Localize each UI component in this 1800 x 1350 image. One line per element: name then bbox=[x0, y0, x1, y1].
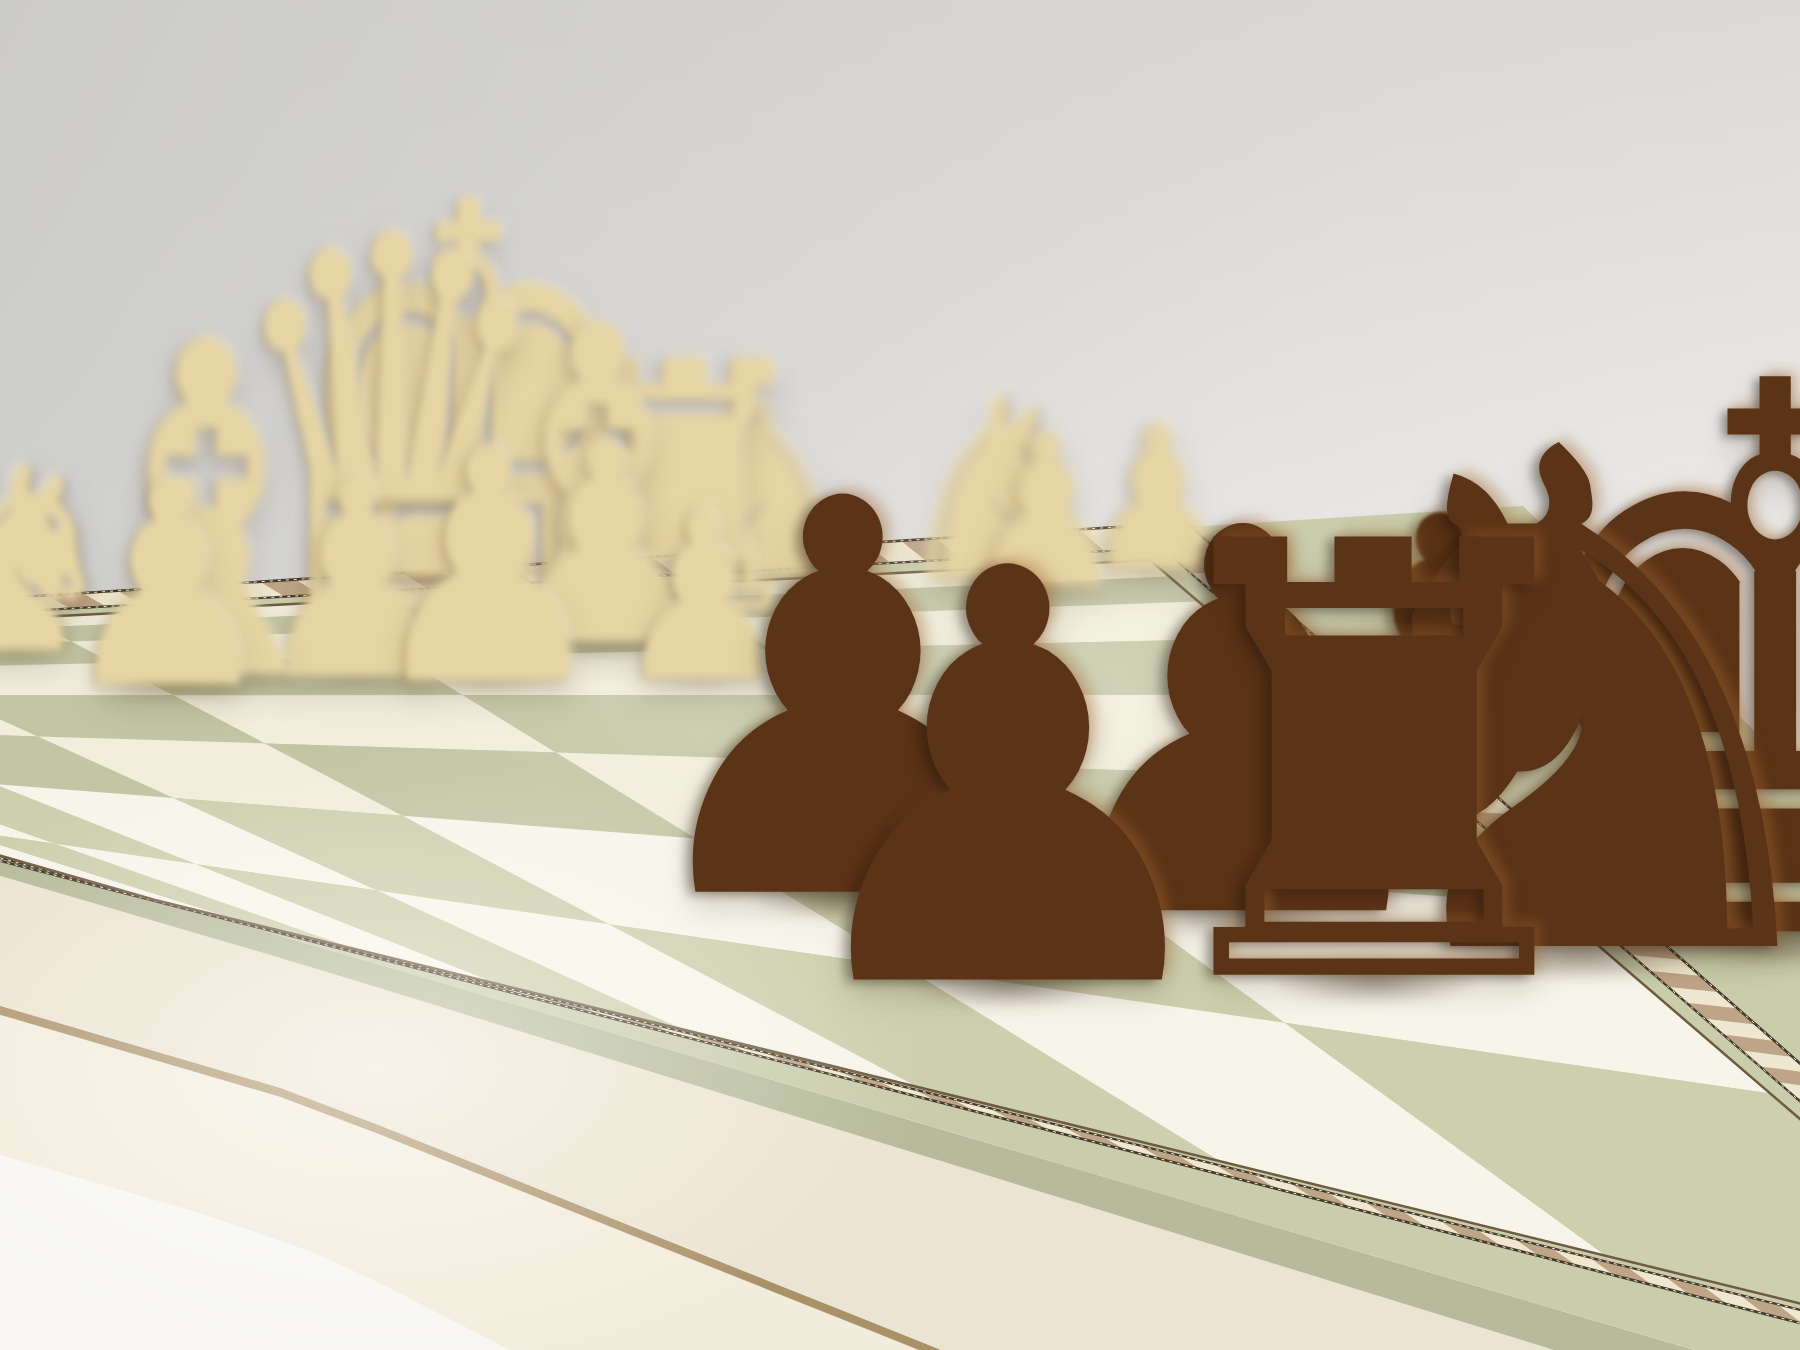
chess-set-photo-scene: ♞♟♝♟♛♚♟♝♟♜♟♞♞♟♟♟♟♟♜♟♞♚ bbox=[0, 0, 1800, 1350]
pieces-layer: ♞♟♝♟♛♚♟♝♟♜♟♞♞♟♟♟♟♟♜♟♞♚ bbox=[0, 0, 1800, 1350]
white-pawn: ♟ bbox=[61, 475, 274, 699]
white-pawn: ♟ bbox=[366, 440, 610, 696]
black-pawn: ♟ bbox=[773, 554, 1243, 1010]
